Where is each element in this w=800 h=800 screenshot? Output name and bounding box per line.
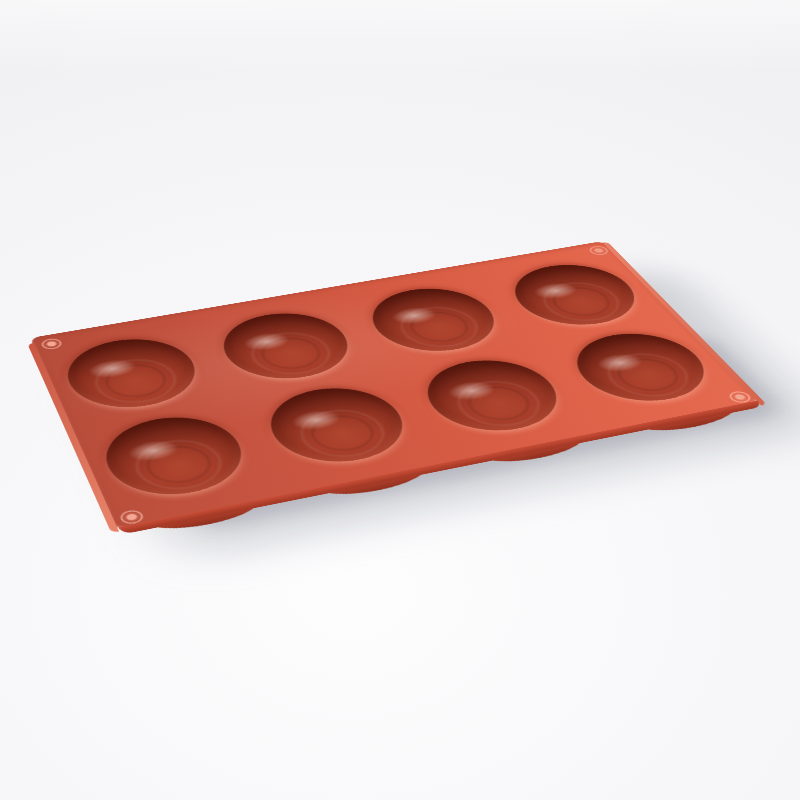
cavity-r1c3 bbox=[356, 281, 514, 360]
cavity-r2c3 bbox=[409, 352, 578, 441]
cavity-r1c2 bbox=[209, 305, 366, 387]
cavity-r2c2 bbox=[254, 379, 422, 472]
corner-rivet-top-left bbox=[40, 337, 64, 350]
mold-perspective-plane bbox=[30, 241, 760, 530]
cavity-r1c1 bbox=[55, 331, 210, 417]
photo-scene bbox=[0, 0, 800, 800]
cavity-r2c1 bbox=[92, 408, 258, 505]
